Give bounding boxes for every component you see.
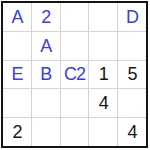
cell-r5c5[interactable]: 4	[118, 118, 146, 146]
cell-r4c2[interactable]	[32, 89, 60, 117]
cell-r3c1[interactable]: E	[3, 61, 31, 89]
cell-r5c4[interactable]	[89, 118, 117, 146]
cell-r4c1[interactable]	[3, 89, 31, 117]
cell-r1c3[interactable]	[61, 3, 89, 31]
cell-r2c4[interactable]	[89, 32, 117, 60]
cell-r1c5[interactable]: D	[118, 3, 146, 31]
cell-r4c5[interactable]	[118, 89, 146, 117]
cell-r3c2[interactable]: B	[32, 61, 60, 89]
cell-r3c3[interactable]: C2	[61, 61, 89, 89]
puzzle-grid: A 2 D A E B C2 1 5 4 2 4	[1, 1, 148, 148]
cell-r2c2[interactable]: A	[32, 32, 60, 60]
cell-r4c3[interactable]	[61, 89, 89, 117]
cell-r4c4[interactable]: 4	[89, 89, 117, 117]
cell-r5c1[interactable]: 2	[3, 118, 31, 146]
cell-r2c5[interactable]	[118, 32, 146, 60]
cell-r2c3[interactable]	[61, 32, 89, 60]
cell-r5c2[interactable]	[32, 118, 60, 146]
cell-r1c4[interactable]	[89, 3, 117, 31]
cell-r3c5[interactable]: 5	[118, 61, 146, 89]
cell-r1c1[interactable]: A	[3, 3, 31, 31]
cell-r2c1[interactable]	[3, 32, 31, 60]
cell-r1c2[interactable]: 2	[32, 3, 60, 31]
cell-r5c3[interactable]	[61, 118, 89, 146]
cell-r3c4[interactable]: 1	[89, 61, 117, 89]
